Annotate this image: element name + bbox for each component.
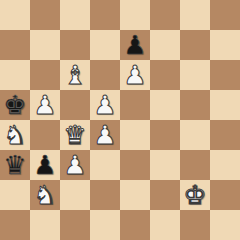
square-c3[interactable]: ♟ bbox=[60, 150, 90, 180]
square-h6[interactable] bbox=[210, 60, 240, 90]
square-e6[interactable]: ♟ bbox=[120, 60, 150, 90]
square-d7[interactable] bbox=[90, 30, 120, 60]
square-h2[interactable] bbox=[210, 180, 240, 210]
chess-board: ♟♝♟♚♟♟♞♛♟♛♟♟♞♚ bbox=[0, 0, 240, 240]
square-c5[interactable] bbox=[60, 90, 90, 120]
white-knight-icon: ♞ bbox=[3, 120, 26, 150]
square-a3[interactable]: ♛ bbox=[0, 150, 30, 180]
black-queen-icon: ♛ bbox=[3, 150, 26, 180]
square-e4[interactable] bbox=[120, 120, 150, 150]
square-f7[interactable] bbox=[150, 30, 180, 60]
square-a1[interactable] bbox=[0, 210, 30, 240]
square-g8[interactable] bbox=[180, 0, 210, 30]
square-b2[interactable]: ♞ bbox=[30, 180, 60, 210]
square-d5[interactable]: ♟ bbox=[90, 90, 120, 120]
square-g2[interactable]: ♚ bbox=[180, 180, 210, 210]
square-b7[interactable] bbox=[30, 30, 60, 60]
square-c8[interactable] bbox=[60, 0, 90, 30]
square-f4[interactable] bbox=[150, 120, 180, 150]
square-e1[interactable] bbox=[120, 210, 150, 240]
square-e5[interactable] bbox=[120, 90, 150, 120]
white-pawn-icon: ♟ bbox=[93, 90, 116, 120]
square-f2[interactable] bbox=[150, 180, 180, 210]
square-a7[interactable] bbox=[0, 30, 30, 60]
square-h8[interactable] bbox=[210, 0, 240, 30]
square-c7[interactable] bbox=[60, 30, 90, 60]
square-e2[interactable] bbox=[120, 180, 150, 210]
white-pawn-icon: ♟ bbox=[63, 150, 86, 180]
square-a2[interactable] bbox=[0, 180, 30, 210]
white-pawn-icon: ♟ bbox=[123, 60, 146, 90]
white-king-icon: ♚ bbox=[183, 180, 206, 210]
white-bishop-icon: ♝ bbox=[63, 60, 86, 90]
square-b5[interactable]: ♟ bbox=[30, 90, 60, 120]
square-b1[interactable] bbox=[30, 210, 60, 240]
square-d2[interactable] bbox=[90, 180, 120, 210]
white-pawn-icon: ♟ bbox=[93, 120, 116, 150]
square-f1[interactable] bbox=[150, 210, 180, 240]
square-d3[interactable] bbox=[90, 150, 120, 180]
square-c6[interactable]: ♝ bbox=[60, 60, 90, 90]
square-a5[interactable]: ♚ bbox=[0, 90, 30, 120]
square-h4[interactable] bbox=[210, 120, 240, 150]
square-b3[interactable]: ♟ bbox=[30, 150, 60, 180]
square-d6[interactable] bbox=[90, 60, 120, 90]
square-g7[interactable] bbox=[180, 30, 210, 60]
black-pawn-icon: ♟ bbox=[33, 150, 56, 180]
square-c1[interactable] bbox=[60, 210, 90, 240]
square-g1[interactable] bbox=[180, 210, 210, 240]
square-h3[interactable] bbox=[210, 150, 240, 180]
square-f3[interactable] bbox=[150, 150, 180, 180]
square-h7[interactable] bbox=[210, 30, 240, 60]
square-g5[interactable] bbox=[180, 90, 210, 120]
square-e7[interactable]: ♟ bbox=[120, 30, 150, 60]
square-c4[interactable]: ♛ bbox=[60, 120, 90, 150]
square-d1[interactable] bbox=[90, 210, 120, 240]
square-b4[interactable] bbox=[30, 120, 60, 150]
square-d8[interactable] bbox=[90, 0, 120, 30]
square-g4[interactable] bbox=[180, 120, 210, 150]
white-knight-icon: ♞ bbox=[33, 180, 56, 210]
square-d4[interactable]: ♟ bbox=[90, 120, 120, 150]
square-e8[interactable] bbox=[120, 0, 150, 30]
square-e3[interactable] bbox=[120, 150, 150, 180]
square-a8[interactable] bbox=[0, 0, 30, 30]
square-g6[interactable] bbox=[180, 60, 210, 90]
square-h5[interactable] bbox=[210, 90, 240, 120]
black-pawn-icon: ♟ bbox=[123, 30, 146, 60]
square-h1[interactable] bbox=[210, 210, 240, 240]
square-a6[interactable] bbox=[0, 60, 30, 90]
square-a4[interactable]: ♞ bbox=[0, 120, 30, 150]
square-c2[interactable] bbox=[60, 180, 90, 210]
white-pawn-icon: ♟ bbox=[33, 90, 56, 120]
black-king-icon: ♚ bbox=[3, 90, 26, 120]
square-f5[interactable] bbox=[150, 90, 180, 120]
square-f6[interactable] bbox=[150, 60, 180, 90]
square-b6[interactable] bbox=[30, 60, 60, 90]
square-f8[interactable] bbox=[150, 0, 180, 30]
square-g3[interactable] bbox=[180, 150, 210, 180]
white-queen-icon: ♛ bbox=[63, 120, 86, 150]
square-b8[interactable] bbox=[30, 0, 60, 30]
